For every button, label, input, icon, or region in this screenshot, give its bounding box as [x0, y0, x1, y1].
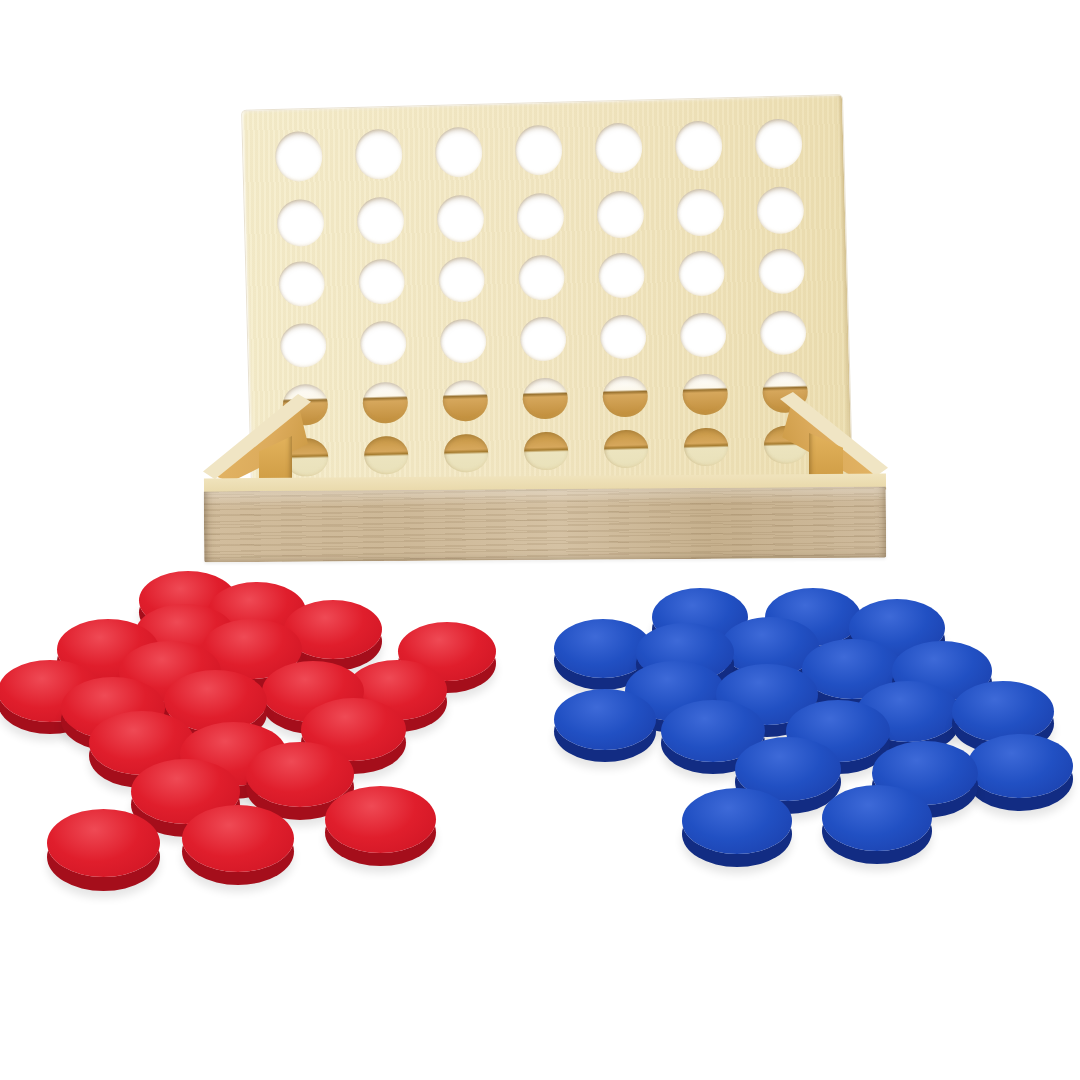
- board-hole-r2c7[interactable]: [756, 186, 804, 234]
- board-hole-r4c2[interactable]: [360, 321, 407, 366]
- board-hole-r2c6[interactable]: [676, 188, 724, 236]
- board-hole-r3c5[interactable]: [598, 252, 645, 298]
- tray-front-panel: [204, 487, 886, 563]
- connect-four-product-photo: [0, 0, 1080, 1080]
- board-hole-r4c4[interactable]: [520, 317, 567, 362]
- red-disc-19[interactable]: [325, 786, 436, 853]
- board-hole-r2c1[interactable]: [276, 198, 324, 246]
- board-hole-r3c4[interactable]: [518, 254, 565, 300]
- board-hole-r2c4[interactable]: [516, 192, 564, 240]
- board-hole-r3c7[interactable]: [758, 248, 805, 294]
- board-hole-r2c3[interactable]: [436, 194, 484, 242]
- blue-disc-18[interactable]: [967, 734, 1073, 798]
- board-hole-r5c5[interactable]: [602, 375, 648, 417]
- board-hole-r6c4[interactable]: [524, 432, 569, 471]
- board-hole-r4c5[interactable]: [600, 314, 647, 359]
- red-disc-21[interactable]: [182, 805, 294, 872]
- board-hole-r5c4[interactable]: [522, 377, 568, 419]
- board-hole-r2c5[interactable]: [596, 190, 644, 238]
- board-hole-r6c2[interactable]: [364, 436, 409, 475]
- board-hole-r3c3[interactable]: [438, 256, 485, 302]
- board-hole-r5c2[interactable]: [362, 381, 408, 423]
- board-hole-r3c1[interactable]: [278, 260, 325, 306]
- board-hole-r6c6[interactable]: [684, 427, 729, 466]
- board-hole-r1c1[interactable]: [274, 131, 322, 182]
- board-hole-r4c7[interactable]: [760, 310, 807, 355]
- blue-disc-12[interactable]: [952, 681, 1054, 742]
- board-hole-r1c4[interactable]: [514, 125, 562, 176]
- board-hole-r1c2[interactable]: [354, 129, 402, 180]
- board-hole-r6c3[interactable]: [444, 434, 489, 473]
- red-disc-20[interactable]: [47, 809, 160, 877]
- board-hole-r4c6[interactable]: [680, 312, 727, 357]
- board-hole-r5c3[interactable]: [442, 379, 488, 421]
- board-hole-r3c2[interactable]: [358, 258, 405, 304]
- board-hole-r1c7[interactable]: [754, 118, 802, 169]
- board-hole-r1c6[interactable]: [674, 120, 722, 171]
- board-hole-r1c3[interactable]: [434, 127, 482, 178]
- board-hole-r3c6[interactable]: [678, 250, 725, 296]
- board-hole-r1c5[interactable]: [594, 122, 642, 173]
- blue-disc-19[interactable]: [682, 788, 792, 854]
- board-hole-r4c3[interactable]: [440, 319, 487, 364]
- blue-disc-20[interactable]: [822, 785, 932, 851]
- game-board: [242, 95, 852, 491]
- board-hole-r2c2[interactable]: [356, 196, 404, 244]
- blue-disc-13[interactable]: [554, 689, 656, 750]
- board-hole-r4c1[interactable]: [280, 323, 327, 368]
- board-hole-r5c6[interactable]: [682, 373, 728, 415]
- board-hole-r6c5[interactable]: [604, 429, 649, 468]
